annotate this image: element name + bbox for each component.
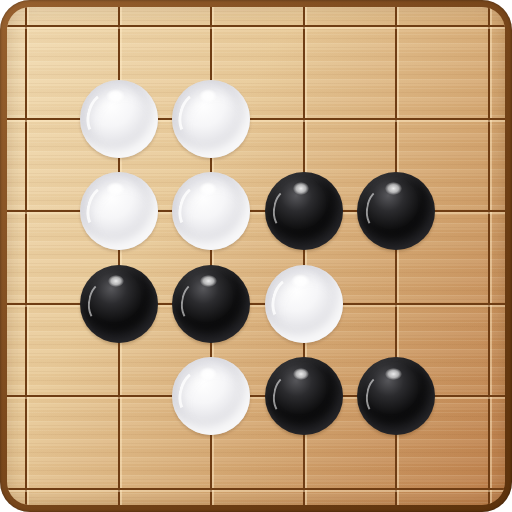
stone-black xyxy=(265,357,343,435)
stones-layer xyxy=(0,0,512,512)
gomoku-app-icon xyxy=(0,0,512,512)
stone-black xyxy=(172,265,250,343)
stone-white xyxy=(172,172,250,250)
stone-black xyxy=(357,172,435,250)
stone-black xyxy=(357,357,435,435)
stone-white xyxy=(265,265,343,343)
stone-white xyxy=(172,357,250,435)
stone-white xyxy=(172,80,250,158)
stone-black xyxy=(265,172,343,250)
stone-white xyxy=(80,80,158,158)
stone-white xyxy=(80,172,158,250)
stone-black xyxy=(80,265,158,343)
